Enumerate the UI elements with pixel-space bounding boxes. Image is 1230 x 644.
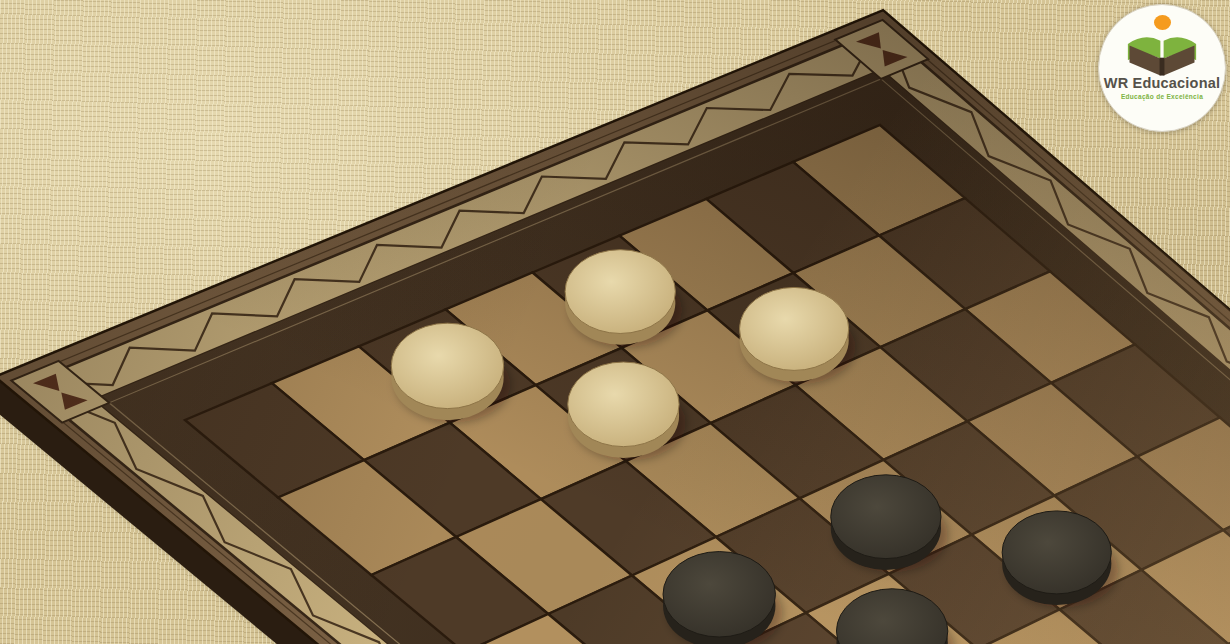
board-photo: WR Educacional Educação de Excelência [0,0,1230,644]
logo-subtitle: Educação de Excelência [1121,93,1203,100]
open-book-icon [1119,26,1205,78]
checkers-board [0,0,1230,644]
logo-title: WR Educacional [1104,75,1220,91]
logo-wr-educacional: WR Educacional Educação de Excelência [1098,4,1226,132]
